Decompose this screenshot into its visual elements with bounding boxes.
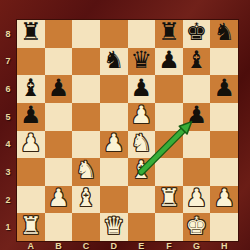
square-a1[interactable]: ♜ xyxy=(17,213,45,241)
piece-white-bishop[interactable]: ♝ xyxy=(75,185,97,212)
file-label-E: E xyxy=(135,240,147,250)
piece-white-pawn[interactable]: ♟ xyxy=(103,130,125,157)
square-a8[interactable]: ♜ xyxy=(17,20,45,48)
square-e5[interactable]: ♟ xyxy=(128,103,156,131)
square-h5[interactable] xyxy=(210,103,238,131)
square-c1[interactable] xyxy=(72,213,100,241)
square-f4[interactable] xyxy=(155,131,183,159)
piece-white-pawn[interactable]: ♟ xyxy=(131,102,153,129)
rank-label-4: 4 xyxy=(2,138,14,150)
piece-black-pawn[interactable]: ♟ xyxy=(20,102,42,129)
piece-black-queen[interactable]: ♛ xyxy=(131,47,153,74)
square-b3[interactable] xyxy=(45,158,73,186)
file-label-G: G xyxy=(191,240,203,250)
square-d1[interactable]: ♛ xyxy=(100,213,128,241)
square-g7[interactable]: ♝ xyxy=(183,48,211,76)
square-g2[interactable]: ♟ xyxy=(183,186,211,214)
piece-black-knight[interactable]: ♞ xyxy=(103,47,125,74)
piece-white-knight[interactable]: ♞ xyxy=(131,130,153,157)
square-c5[interactable] xyxy=(72,103,100,131)
square-d8[interactable] xyxy=(100,20,128,48)
square-b6[interactable]: ♟ xyxy=(45,75,73,103)
piece-black-bishop[interactable]: ♝ xyxy=(20,75,42,102)
square-h6[interactable]: ♟ xyxy=(210,75,238,103)
square-a7[interactable] xyxy=(17,48,45,76)
square-a3[interactable] xyxy=(17,158,45,186)
square-e4[interactable]: ♞ xyxy=(128,131,156,159)
square-a2[interactable] xyxy=(17,186,45,214)
file-label-A: A xyxy=(25,240,37,250)
square-d2[interactable] xyxy=(100,186,128,214)
piece-white-pawn[interactable]: ♟ xyxy=(186,185,208,212)
square-b8[interactable] xyxy=(45,20,73,48)
square-c2[interactable]: ♝ xyxy=(72,186,100,214)
square-c3[interactable]: ♞ xyxy=(72,158,100,186)
piece-white-knight[interactable]: ♞ xyxy=(75,157,97,184)
square-c7[interactable] xyxy=(72,48,100,76)
piece-white-king[interactable]: ♚ xyxy=(186,213,208,240)
square-g5[interactable]: ♟ xyxy=(183,103,211,131)
piece-black-knight[interactable]: ♞ xyxy=(213,19,235,46)
square-e2[interactable] xyxy=(128,186,156,214)
file-label-C: C xyxy=(80,240,92,250)
square-b2[interactable]: ♟ xyxy=(45,186,73,214)
square-h3[interactable] xyxy=(210,158,238,186)
piece-white-rook[interactable]: ♜ xyxy=(158,185,180,212)
chess-diagram: ♜♜♚♞♞♛♟♝♝♟♟♟♟♟♟♟♟♞♞♝♟♝♜♟♟♜♛♚ 87654321ABC… xyxy=(0,0,250,250)
square-e7[interactable]: ♛ xyxy=(128,48,156,76)
square-b4[interactable] xyxy=(45,131,73,159)
square-d3[interactable] xyxy=(100,158,128,186)
rank-label-3: 3 xyxy=(2,166,14,178)
square-f2[interactable]: ♜ xyxy=(155,186,183,214)
file-label-F: F xyxy=(163,240,175,250)
square-a5[interactable]: ♟ xyxy=(17,103,45,131)
square-h1[interactable] xyxy=(210,213,238,241)
square-h4[interactable] xyxy=(210,131,238,159)
piece-white-pawn[interactable]: ♟ xyxy=(48,185,70,212)
square-g4[interactable] xyxy=(183,131,211,159)
piece-black-bishop[interactable]: ♝ xyxy=(186,47,208,74)
piece-black-pawn[interactable]: ♟ xyxy=(213,75,235,102)
piece-black-pawn[interactable]: ♟ xyxy=(48,75,70,102)
square-d4[interactable]: ♟ xyxy=(100,131,128,159)
square-e3[interactable]: ♝ xyxy=(128,158,156,186)
square-f6[interactable] xyxy=(155,75,183,103)
square-f5[interactable] xyxy=(155,103,183,131)
square-a4[interactable]: ♟ xyxy=(17,131,45,159)
piece-white-rook[interactable]: ♜ xyxy=(20,213,42,240)
piece-white-pawn[interactable]: ♟ xyxy=(20,130,42,157)
square-d5[interactable] xyxy=(100,103,128,131)
square-h8[interactable]: ♞ xyxy=(210,20,238,48)
square-h7[interactable] xyxy=(210,48,238,76)
piece-white-pawn[interactable]: ♟ xyxy=(213,185,235,212)
square-f8[interactable]: ♜ xyxy=(155,20,183,48)
piece-black-king[interactable]: ♚ xyxy=(186,19,208,46)
rank-label-8: 8 xyxy=(2,28,14,40)
square-e8[interactable] xyxy=(128,20,156,48)
square-a6[interactable]: ♝ xyxy=(17,75,45,103)
piece-black-rook[interactable]: ♜ xyxy=(158,19,180,46)
rank-label-2: 2 xyxy=(2,194,14,206)
square-f3[interactable] xyxy=(155,158,183,186)
square-e6[interactable]: ♟ xyxy=(128,75,156,103)
square-c4[interactable] xyxy=(72,131,100,159)
square-b7[interactable] xyxy=(45,48,73,76)
file-label-B: B xyxy=(52,240,64,250)
square-g8[interactable]: ♚ xyxy=(183,20,211,48)
file-label-D: D xyxy=(108,240,120,250)
square-f1[interactable] xyxy=(155,213,183,241)
square-h2[interactable]: ♟ xyxy=(210,186,238,214)
rank-label-5: 5 xyxy=(2,111,14,123)
rank-label-1: 1 xyxy=(2,221,14,233)
square-c8[interactable] xyxy=(72,20,100,48)
piece-black-pawn[interactable]: ♟ xyxy=(131,75,153,102)
piece-black-rook[interactable]: ♜ xyxy=(20,19,42,46)
square-d7[interactable]: ♞ xyxy=(100,48,128,76)
square-b5[interactable] xyxy=(45,103,73,131)
piece-white-bishop[interactable]: ♝ xyxy=(131,157,153,184)
file-label-H: H xyxy=(218,240,230,250)
square-f7[interactable]: ♟ xyxy=(155,48,183,76)
rank-label-7: 7 xyxy=(2,55,14,67)
piece-black-pawn[interactable]: ♟ xyxy=(186,102,208,129)
chess-board: ♜♜♚♞♞♛♟♝♝♟♟♟♟♟♟♟♟♞♞♝♟♝♜♟♟♜♛♚ xyxy=(17,20,238,241)
piece-black-pawn[interactable]: ♟ xyxy=(158,47,180,74)
square-g3[interactable] xyxy=(183,158,211,186)
piece-white-queen[interactable]: ♛ xyxy=(103,213,125,240)
square-g1[interactable]: ♚ xyxy=(183,213,211,241)
square-d6[interactable] xyxy=(100,75,128,103)
square-b1[interactable] xyxy=(45,213,73,241)
rank-label-6: 6 xyxy=(2,83,14,95)
square-e1[interactable] xyxy=(128,213,156,241)
square-c6[interactable] xyxy=(72,75,100,103)
square-g6[interactable] xyxy=(183,75,211,103)
